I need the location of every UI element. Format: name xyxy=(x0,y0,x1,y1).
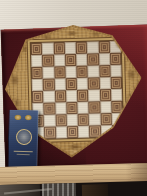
square-c3[interactable] xyxy=(55,102,67,114)
square-a4[interactable] xyxy=(32,91,44,103)
booklet-text-line xyxy=(17,154,30,155)
square-d7[interactable] xyxy=(65,54,77,66)
square-d3[interactable] xyxy=(66,102,78,114)
square-f3[interactable] xyxy=(89,101,101,113)
square-h3[interactable] xyxy=(111,101,123,113)
square-d1[interactable] xyxy=(67,126,79,138)
square-h6[interactable] xyxy=(110,65,122,77)
under-desk-object xyxy=(82,184,108,196)
square-f1[interactable] xyxy=(89,125,101,137)
square-e4[interactable] xyxy=(77,90,89,102)
square-f2[interactable] xyxy=(89,113,101,125)
square-f6[interactable] xyxy=(88,65,100,77)
square-d2[interactable] xyxy=(66,114,78,126)
square-c5[interactable] xyxy=(54,78,66,90)
square-g3[interactable] xyxy=(100,101,112,113)
gold-seal-icon xyxy=(15,129,31,145)
square-h4[interactable] xyxy=(111,89,123,101)
square-f5[interactable] xyxy=(88,77,100,89)
square-a6[interactable] xyxy=(31,67,43,79)
square-d6[interactable] xyxy=(65,66,77,78)
square-e5[interactable] xyxy=(77,78,89,90)
square-c1[interactable] xyxy=(55,126,67,138)
square-h5[interactable] xyxy=(110,77,122,89)
scene-photo xyxy=(0,0,147,196)
square-a8[interactable] xyxy=(31,43,43,55)
square-e8[interactable] xyxy=(76,42,88,54)
square-d5[interactable] xyxy=(65,78,77,90)
square-e1[interactable] xyxy=(78,126,90,138)
square-b4[interactable] xyxy=(43,90,55,102)
square-b5[interactable] xyxy=(43,79,55,91)
square-g4[interactable] xyxy=(99,89,111,101)
square-e6[interactable] xyxy=(76,66,88,78)
square-c2[interactable] xyxy=(55,114,67,126)
square-c7[interactable] xyxy=(54,54,66,66)
square-e3[interactable] xyxy=(77,102,89,114)
booklet-text-line xyxy=(14,151,33,152)
square-b6[interactable] xyxy=(43,67,55,79)
square-d8[interactable] xyxy=(64,42,76,54)
square-e2[interactable] xyxy=(78,114,90,126)
square-f4[interactable] xyxy=(88,89,100,101)
square-b1[interactable] xyxy=(44,126,56,138)
square-a5[interactable] xyxy=(32,79,44,91)
square-c8[interactable] xyxy=(53,42,65,54)
square-d4[interactable] xyxy=(66,90,78,102)
certificate-booklet xyxy=(7,110,38,168)
square-g2[interactable] xyxy=(100,113,112,125)
square-g7[interactable] xyxy=(99,53,111,65)
square-g8[interactable] xyxy=(98,41,110,53)
square-h7[interactable] xyxy=(110,53,122,65)
square-e7[interactable] xyxy=(76,54,88,66)
board-grid xyxy=(30,40,125,140)
square-g5[interactable] xyxy=(99,77,111,89)
square-b2[interactable] xyxy=(44,114,56,126)
square-c6[interactable] xyxy=(54,66,66,78)
square-a7[interactable] xyxy=(31,55,43,67)
gold-ornament-icon xyxy=(12,113,34,122)
square-f7[interactable] xyxy=(87,53,99,65)
square-f8[interactable] xyxy=(87,41,99,53)
square-c4[interactable] xyxy=(54,90,66,102)
square-b8[interactable] xyxy=(42,43,54,55)
square-b7[interactable] xyxy=(42,55,54,67)
square-b3[interactable] xyxy=(44,102,56,114)
square-g6[interactable] xyxy=(99,65,111,77)
